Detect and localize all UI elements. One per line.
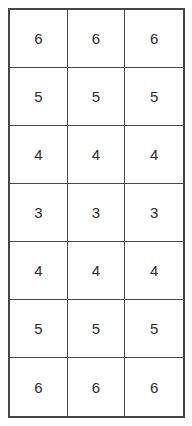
grid-cell[interactable]: 6 [125, 358, 183, 416]
grid-cell[interactable]: 4 [125, 126, 183, 184]
grid-cell[interactable]: 6 [10, 10, 68, 68]
grid-cell[interactable]: 5 [68, 300, 126, 358]
grid-cell[interactable]: 3 [10, 184, 68, 242]
puzzle-grid: 6 6 6 5 5 5 4 4 4 3 3 3 4 4 4 5 5 5 6 6 … [8, 8, 185, 418]
grid-cell[interactable]: 3 [68, 184, 126, 242]
cell-value: 4 [150, 263, 158, 278]
grid-cell[interactable]: 4 [125, 242, 183, 300]
grid-cell[interactable]: 6 [68, 358, 126, 416]
cell-value: 4 [34, 263, 42, 278]
cell-value: 4 [150, 147, 158, 162]
cell-value: 6 [92, 31, 100, 46]
grid-cell[interactable]: 4 [68, 242, 126, 300]
cell-value: 6 [34, 31, 42, 46]
cell-value: 6 [92, 380, 100, 395]
grid-cell[interactable]: 6 [68, 10, 126, 68]
cell-value: 4 [92, 147, 100, 162]
cell-value: 6 [150, 380, 158, 395]
page: 6 6 6 5 5 5 4 4 4 3 3 3 4 4 4 5 5 5 6 6 … [0, 0, 192, 426]
cell-value: 4 [92, 263, 100, 278]
cell-value: 6 [34, 380, 42, 395]
grid-cell[interactable]: 4 [10, 242, 68, 300]
cell-value: 5 [150, 321, 158, 336]
cell-value: 5 [150, 89, 158, 104]
cell-value: 5 [92, 89, 100, 104]
grid-cell[interactable]: 5 [10, 300, 68, 358]
grid-cell[interactable]: 4 [10, 126, 68, 184]
grid-cell[interactable]: 3 [125, 184, 183, 242]
cell-value: 4 [34, 147, 42, 162]
cell-value: 5 [34, 321, 42, 336]
grid-cell[interactable]: 5 [10, 68, 68, 126]
cell-value: 3 [150, 205, 158, 220]
grid-cell[interactable]: 6 [10, 358, 68, 416]
cell-value: 5 [34, 89, 42, 104]
grid-cell[interactable]: 5 [125, 68, 183, 126]
cell-value: 3 [34, 205, 42, 220]
cell-value: 3 [92, 205, 100, 220]
grid-cell[interactable]: 4 [68, 126, 126, 184]
grid-cell[interactable]: 5 [125, 300, 183, 358]
cell-value: 6 [150, 31, 158, 46]
cell-value: 5 [92, 321, 100, 336]
grid-cell[interactable]: 5 [68, 68, 126, 126]
grid-cell[interactable]: 6 [125, 10, 183, 68]
